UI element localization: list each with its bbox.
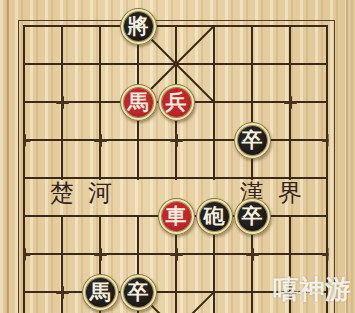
piece-red-soldier[interactable]: 兵: [158, 84, 195, 121]
piece-face: 馬: [124, 88, 153, 117]
piece-black-soldier[interactable]: 卒: [234, 122, 271, 159]
piece-glyph: 將: [128, 16, 149, 37]
piece-face: 卒: [238, 202, 267, 231]
piece-face: 車: [162, 202, 191, 231]
piece-face: 砲: [200, 202, 229, 231]
piece-face: 卒: [238, 126, 267, 155]
piece-glyph: 卒: [128, 282, 149, 303]
piece-face: 卒: [124, 278, 153, 307]
xiangqi-board[interactable]: 楚河 漢界 將馬兵卒車砲卒馬卒 嘻神游: [0, 0, 355, 313]
piece-black-cannon[interactable]: 砲: [196, 198, 233, 235]
piece-glyph: 砲: [204, 206, 225, 227]
piece-glyph: 兵: [166, 92, 187, 113]
piece-red-chariot[interactable]: 車: [158, 198, 195, 235]
piece-glyph: 卒: [242, 206, 263, 227]
piece-black-general[interactable]: 將: [120, 8, 157, 45]
piece-black-soldier[interactable]: 卒: [234, 198, 271, 235]
piece-glyph: 馬: [128, 92, 149, 113]
piece-red-horse[interactable]: 馬: [120, 84, 157, 121]
piece-black-soldier[interactable]: 卒: [120, 274, 157, 311]
pieces-grid[interactable]: 將馬兵卒車砲卒馬卒: [5, 7, 347, 311]
piece-face: 將: [124, 12, 153, 41]
piece-face: 馬: [86, 278, 115, 307]
piece-glyph: 車: [166, 206, 187, 227]
piece-black-horse[interactable]: 馬: [82, 274, 119, 311]
piece-glyph: 馬: [90, 282, 111, 303]
piece-face: 兵: [162, 88, 191, 117]
watermark-text: 嘻神游: [273, 272, 351, 307]
piece-glyph: 卒: [242, 130, 263, 151]
